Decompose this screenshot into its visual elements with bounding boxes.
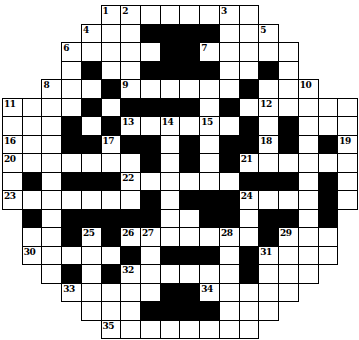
cell-12-12[interactable] <box>239 227 260 247</box>
cell-8-1[interactable] <box>22 153 43 173</box>
cell-4-7[interactable] <box>140 79 161 99</box>
cell-8-14[interactable] <box>278 153 299 173</box>
cell-5-1[interactable] <box>22 98 43 118</box>
cell-12-6[interactable]: 26 <box>120 227 141 247</box>
black-cell-2-9 <box>179 42 200 62</box>
cell-6-11[interactable] <box>219 116 240 136</box>
cell-0-8[interactable] <box>160 5 181 25</box>
cell-1-12[interactable] <box>239 24 260 44</box>
black-cell-5-11 <box>219 98 240 118</box>
cell-15-13[interactable] <box>258 283 279 303</box>
black-cell-5-8 <box>160 98 181 118</box>
clue-number-17: 17 <box>103 136 115 146</box>
cell-5-3[interactable] <box>61 98 82 118</box>
black-cell-12-3 <box>61 227 82 247</box>
cell-15-6[interactable] <box>120 283 141 303</box>
clue-number-13: 13 <box>122 117 134 127</box>
clue-number-3: 3 <box>221 6 227 16</box>
cell-8-2[interactable] <box>41 153 62 173</box>
cell-13-16[interactable] <box>318 246 339 266</box>
clue-number-18: 18 <box>260 136 272 146</box>
cell-13-3[interactable] <box>61 246 82 266</box>
clue-number-19: 19 <box>339 136 351 146</box>
clue-number-7: 7 <box>201 43 207 53</box>
black-cell-10-11 <box>219 190 240 210</box>
black-cell-7-14 <box>278 135 299 155</box>
black-cell-11-14 <box>278 209 299 229</box>
cell-12-15[interactable] <box>298 227 319 247</box>
cell-0-5[interactable]: 1 <box>101 5 122 25</box>
crossword-board: 1234567891011121314151617181920212223242… <box>0 0 359 340</box>
clue-number-12: 12 <box>260 99 272 109</box>
cell-2-13[interactable] <box>258 42 279 62</box>
clue-number-6: 6 <box>63 43 69 53</box>
black-cell-13-9 <box>179 246 200 266</box>
black-cell-3-10 <box>199 61 220 81</box>
clue-number-23: 23 <box>4 191 16 201</box>
black-cell-13-10 <box>199 246 220 266</box>
cell-11-15[interactable] <box>298 209 319 229</box>
cell-7-0[interactable]: 16 <box>2 135 23 155</box>
cell-1-4[interactable]: 4 <box>81 24 102 44</box>
cell-4-2[interactable]: 8 <box>41 79 62 99</box>
black-cell-14-3 <box>61 264 82 284</box>
black-cell-13-6 <box>120 246 141 266</box>
cell-0-7[interactable] <box>140 5 161 25</box>
clue-number-11: 11 <box>4 99 16 109</box>
cell-9-11[interactable] <box>219 172 240 192</box>
black-cell-9-16 <box>318 172 339 192</box>
cell-11-9[interactable] <box>179 209 200 229</box>
black-cell-10-16 <box>318 190 339 210</box>
clue-number-24: 24 <box>241 191 253 201</box>
crossword-page: 1234567891011121314151617181920212223242… <box>0 0 359 340</box>
cell-14-8[interactable] <box>160 264 181 284</box>
cell-0-6[interactable]: 2 <box>120 5 141 25</box>
cell-1-5[interactable] <box>101 24 122 44</box>
cell-16-12[interactable] <box>239 301 260 321</box>
black-cell-8-9 <box>179 153 200 173</box>
cell-11-8[interactable] <box>160 209 181 229</box>
cell-15-14[interactable] <box>278 283 299 303</box>
cell-9-9[interactable] <box>179 172 200 192</box>
cell-5-10[interactable] <box>199 98 220 118</box>
cell-3-14[interactable] <box>278 61 299 81</box>
cell-10-8[interactable] <box>160 190 181 210</box>
cell-3-5[interactable] <box>101 61 122 81</box>
cell-13-5[interactable] <box>101 246 122 266</box>
cell-8-4[interactable] <box>81 153 102 173</box>
cell-15-10[interactable]: 34 <box>199 283 220 303</box>
cell-12-14[interactable]: 29 <box>278 227 299 247</box>
cell-8-13[interactable] <box>258 153 279 173</box>
clue-number-4: 4 <box>83 25 89 35</box>
cell-14-6[interactable]: 32 <box>120 264 141 284</box>
black-cell-10-7 <box>140 190 161 210</box>
cell-10-0[interactable]: 23 <box>2 190 23 210</box>
cell-3-6[interactable] <box>120 61 141 81</box>
black-cell-7-4 <box>81 135 102 155</box>
black-cell-16-10 <box>199 301 220 321</box>
black-cell-13-8 <box>160 246 181 266</box>
clue-number-33: 33 <box>63 284 75 294</box>
black-cell-3-7 <box>140 61 161 81</box>
clue-number-28: 28 <box>221 228 233 238</box>
cell-8-5[interactable] <box>101 153 122 173</box>
cell-10-4[interactable] <box>81 190 102 210</box>
black-cell-9-3 <box>61 172 82 192</box>
black-cell-8-11 <box>219 153 240 173</box>
cell-14-14[interactable] <box>278 264 299 284</box>
black-cell-10-9 <box>179 190 200 210</box>
cell-9-8[interactable] <box>160 172 181 192</box>
black-cell-3-9 <box>179 61 200 81</box>
cell-17-9[interactable] <box>179 320 200 340</box>
cell-4-9[interactable] <box>179 79 200 99</box>
black-cell-9-4 <box>81 172 102 192</box>
black-cell-11-4 <box>81 209 102 229</box>
cell-10-3[interactable] <box>61 190 82 210</box>
cell-5-2[interactable] <box>41 98 62 118</box>
cell-2-10[interactable]: 7 <box>199 42 220 62</box>
cell-0-9[interactable] <box>179 5 200 25</box>
cell-7-8[interactable] <box>160 135 181 155</box>
black-cell-8-7 <box>140 153 161 173</box>
black-cell-3-4 <box>81 61 102 81</box>
cell-6-0[interactable] <box>2 116 23 136</box>
cell-12-1[interactable] <box>22 227 43 247</box>
cell-6-4[interactable] <box>81 116 102 136</box>
clue-number-10: 10 <box>300 80 312 90</box>
black-cell-5-6 <box>120 98 141 118</box>
black-cell-11-13 <box>258 209 279 229</box>
cell-9-17[interactable] <box>337 172 358 192</box>
cell-5-5[interactable] <box>101 98 122 118</box>
cell-6-10[interactable]: 15 <box>199 116 220 136</box>
cell-16-13[interactable] <box>258 301 279 321</box>
cell-15-5[interactable] <box>101 283 122 303</box>
black-cell-13-12 <box>239 246 260 266</box>
black-cell-7-6 <box>120 135 141 155</box>
cell-11-2[interactable] <box>41 209 62 229</box>
cell-1-6[interactable] <box>120 24 141 44</box>
cell-1-11[interactable] <box>219 24 240 44</box>
cell-0-11[interactable]: 3 <box>219 5 240 25</box>
cell-6-17[interactable] <box>337 116 358 136</box>
cell-12-9[interactable] <box>179 227 200 247</box>
cell-15-11[interactable] <box>219 283 240 303</box>
cell-2-7[interactable] <box>140 42 161 62</box>
clue-number-26: 26 <box>122 228 134 238</box>
cell-9-7[interactable] <box>140 172 161 192</box>
cell-14-13[interactable] <box>258 264 279 284</box>
black-cell-6-12 <box>239 116 260 136</box>
black-cell-9-12 <box>239 172 260 192</box>
cell-9-2[interactable] <box>41 172 62 192</box>
clue-number-35: 35 <box>103 321 115 331</box>
cell-15-12[interactable] <box>239 283 260 303</box>
black-cell-4-12 <box>239 79 260 99</box>
cell-13-11[interactable] <box>219 246 240 266</box>
clue-number-1: 1 <box>103 6 109 16</box>
black-cell-1-8 <box>160 24 181 44</box>
black-cell-2-8 <box>160 42 181 62</box>
cell-5-13[interactable]: 12 <box>258 98 279 118</box>
cell-9-15[interactable] <box>298 172 319 192</box>
cell-8-10[interactable] <box>199 153 220 173</box>
black-cell-11-6 <box>120 209 141 229</box>
clue-number-22: 22 <box>122 173 134 183</box>
black-cell-12-5 <box>101 227 122 247</box>
cell-14-10[interactable] <box>199 264 220 284</box>
cell-8-12[interactable]: 21 <box>239 153 260 173</box>
cell-17-8[interactable] <box>160 320 181 340</box>
black-cell-9-1 <box>22 172 43 192</box>
clue-number-8: 8 <box>43 80 49 90</box>
cell-14-9[interactable] <box>179 264 200 284</box>
black-cell-14-12 <box>239 264 260 284</box>
cell-13-13[interactable]: 31 <box>258 246 279 266</box>
black-cell-1-7 <box>140 24 161 44</box>
black-cell-15-8 <box>160 283 181 303</box>
cell-12-4[interactable]: 25 <box>81 227 102 247</box>
cell-12-8[interactable] <box>160 227 181 247</box>
cell-6-9[interactable] <box>179 116 200 136</box>
cell-13-14[interactable] <box>278 246 299 266</box>
cell-10-15[interactable] <box>298 190 319 210</box>
black-cell-11-3 <box>61 209 82 229</box>
cell-10-6[interactable] <box>120 190 141 210</box>
black-cell-11-10 <box>199 209 220 229</box>
cell-17-6[interactable] <box>120 320 141 340</box>
cell-11-12[interactable] <box>239 209 260 229</box>
cell-16-6[interactable] <box>120 301 141 321</box>
clue-number-2: 2 <box>122 6 128 16</box>
cell-17-12[interactable] <box>239 320 260 340</box>
black-cell-16-9 <box>179 301 200 321</box>
clue-number-31: 31 <box>260 247 272 257</box>
cell-12-11[interactable]: 28 <box>219 227 240 247</box>
cell-6-7[interactable] <box>140 116 161 136</box>
cell-13-7[interactable] <box>140 246 161 266</box>
cell-3-11[interactable] <box>219 61 240 81</box>
cell-8-17[interactable] <box>337 153 358 173</box>
cell-5-16[interactable] <box>318 98 339 118</box>
cell-7-2[interactable] <box>41 135 62 155</box>
cell-0-12[interactable] <box>239 5 260 25</box>
cell-6-13[interactable] <box>258 116 279 136</box>
cell-7-13[interactable]: 18 <box>258 135 279 155</box>
cell-2-11[interactable] <box>219 42 240 62</box>
cell-10-2[interactable] <box>41 190 62 210</box>
cell-6-2[interactable] <box>41 116 62 136</box>
cell-6-16[interactable] <box>318 116 339 136</box>
black-cell-7-7 <box>140 135 161 155</box>
cell-9-10[interactable] <box>199 172 220 192</box>
black-cell-12-13 <box>258 227 279 247</box>
cell-5-12[interactable] <box>239 98 260 118</box>
black-cell-7-12 <box>239 135 260 155</box>
cell-8-16[interactable] <box>318 153 339 173</box>
cell-2-12[interactable] <box>239 42 260 62</box>
clue-number-25: 25 <box>83 228 95 238</box>
cell-7-17[interactable]: 19 <box>337 135 358 155</box>
cell-7-10[interactable] <box>199 135 220 155</box>
black-cell-1-9 <box>179 24 200 44</box>
cell-17-7[interactable] <box>140 320 161 340</box>
cell-10-12[interactable]: 24 <box>239 190 260 210</box>
cell-10-13[interactable] <box>258 190 279 210</box>
black-cell-7-16 <box>318 135 339 155</box>
cell-3-12[interactable] <box>239 61 260 81</box>
cell-14-7[interactable] <box>140 264 161 284</box>
cell-17-11[interactable] <box>219 320 240 340</box>
cell-0-10[interactable] <box>199 5 220 25</box>
cell-2-4[interactable] <box>81 42 102 62</box>
cell-6-15[interactable] <box>298 116 319 136</box>
cell-16-4[interactable] <box>81 301 102 321</box>
cell-6-1[interactable] <box>22 116 43 136</box>
clue-number-29: 29 <box>280 228 292 238</box>
cell-2-6[interactable] <box>120 42 141 62</box>
cell-3-3[interactable] <box>61 61 82 81</box>
black-cell-6-14 <box>278 116 299 136</box>
cell-6-6[interactable]: 13 <box>120 116 141 136</box>
cell-17-10[interactable] <box>199 320 220 340</box>
cell-2-14[interactable] <box>278 42 299 62</box>
black-cell-3-13 <box>258 61 279 81</box>
cell-9-0[interactable] <box>2 172 23 192</box>
black-cell-7-9 <box>179 135 200 155</box>
black-cell-9-5 <box>101 172 122 192</box>
cell-4-13[interactable] <box>258 79 279 99</box>
cell-14-4[interactable] <box>81 264 102 284</box>
clue-number-30: 30 <box>24 247 36 257</box>
black-cell-6-3 <box>61 116 82 136</box>
clue-number-34: 34 <box>201 284 213 294</box>
cell-13-1[interactable]: 30 <box>22 246 43 266</box>
clue-number-20: 20 <box>4 154 16 164</box>
black-cell-11-7 <box>140 209 161 229</box>
cell-10-5[interactable] <box>101 190 122 210</box>
black-cell-9-14 <box>278 172 299 192</box>
clue-number-21: 21 <box>241 154 253 164</box>
cell-16-11[interactable] <box>219 301 240 321</box>
black-cell-15-9 <box>179 283 200 303</box>
cell-2-5[interactable] <box>101 42 122 62</box>
black-cell-14-5 <box>101 264 122 284</box>
black-cell-9-13 <box>258 172 279 192</box>
black-cell-11-11 <box>219 209 240 229</box>
cell-8-3[interactable] <box>61 153 82 173</box>
black-cell-3-8 <box>160 61 181 81</box>
cell-7-5[interactable]: 17 <box>101 135 122 155</box>
clue-number-32: 32 <box>122 265 134 275</box>
cell-8-8[interactable] <box>160 153 181 173</box>
cell-10-17[interactable] <box>337 190 358 210</box>
cell-9-6[interactable]: 22 <box>120 172 141 192</box>
black-cell-6-5 <box>101 116 122 136</box>
cell-13-2[interactable] <box>41 246 62 266</box>
clue-number-9: 9 <box>122 80 128 90</box>
cell-12-7[interactable]: 27 <box>140 227 161 247</box>
cell-5-15[interactable] <box>298 98 319 118</box>
cell-8-15[interactable] <box>298 153 319 173</box>
clue-number-27: 27 <box>142 228 154 238</box>
cell-7-1[interactable] <box>22 135 43 155</box>
cell-13-15[interactable] <box>298 246 319 266</box>
cell-14-2[interactable] <box>41 264 62 284</box>
black-cell-11-1 <box>22 209 43 229</box>
cell-2-3[interactable]: 6 <box>61 42 82 62</box>
clue-number-16: 16 <box>4 136 16 146</box>
black-cell-5-9 <box>179 98 200 118</box>
cell-12-16[interactable] <box>318 227 339 247</box>
black-cell-10-10 <box>199 190 220 210</box>
black-cell-1-10 <box>199 24 220 44</box>
cell-4-15[interactable]: 10 <box>298 79 319 99</box>
cell-4-8[interactable] <box>160 79 181 99</box>
cell-15-7[interactable] <box>140 283 161 303</box>
cell-10-1[interactable] <box>22 190 43 210</box>
cell-5-17[interactable] <box>337 98 358 118</box>
black-cell-16-8 <box>160 301 181 321</box>
cell-17-5[interactable]: 35 <box>101 320 122 340</box>
cell-14-11[interactable] <box>219 264 240 284</box>
cell-12-2[interactable] <box>41 227 62 247</box>
cell-1-13[interactable]: 5 <box>258 24 279 44</box>
black-cell-5-4 <box>81 98 102 118</box>
clue-number-5: 5 <box>260 25 266 35</box>
cell-8-6[interactable] <box>120 153 141 173</box>
black-cell-7-3 <box>61 135 82 155</box>
cell-4-4[interactable] <box>81 79 102 99</box>
clue-number-15: 15 <box>201 117 213 127</box>
black-cell-7-11 <box>219 135 240 155</box>
black-cell-11-16 <box>318 209 339 229</box>
clue-number-14: 14 <box>162 117 174 127</box>
cell-10-14[interactable] <box>278 190 299 210</box>
cell-13-4[interactable] <box>81 246 102 266</box>
cell-4-10[interactable] <box>199 79 220 99</box>
cell-5-14[interactable] <box>278 98 299 118</box>
black-cell-11-5 <box>101 209 122 229</box>
cell-16-5[interactable] <box>101 301 122 321</box>
cell-15-3[interactable]: 33 <box>61 283 82 303</box>
cell-6-8[interactable]: 14 <box>160 116 181 136</box>
cell-7-15[interactable] <box>298 135 319 155</box>
black-cell-4-5 <box>101 79 122 99</box>
cell-15-4[interactable] <box>81 283 102 303</box>
cell-5-0[interactable]: 11 <box>2 98 23 118</box>
black-cell-5-7 <box>140 98 161 118</box>
cell-4-11[interactable] <box>219 79 240 99</box>
black-cell-16-7 <box>140 301 161 321</box>
cell-4-6[interactable]: 9 <box>120 79 141 99</box>
cell-14-15[interactable] <box>298 264 319 284</box>
cell-8-0[interactable]: 20 <box>2 153 23 173</box>
cell-12-10[interactable] <box>199 227 220 247</box>
